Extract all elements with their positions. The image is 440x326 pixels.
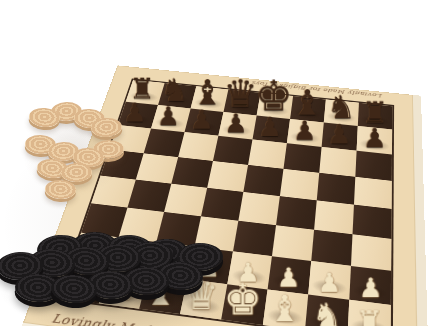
piece-black-pawn[interactable]: ♟ — [362, 125, 386, 152]
square-f7[interactable]: ♟ — [287, 119, 324, 147]
square-g7[interactable]: ♟ — [322, 122, 358, 150]
square-f4[interactable] — [276, 196, 317, 230]
square-b4[interactable] — [127, 180, 171, 212]
square-e3[interactable] — [233, 221, 276, 256]
piece-black-pawn[interactable]: ♟ — [224, 111, 247, 137]
square-g5[interactable] — [317, 173, 356, 205]
piece-white-bishop[interactable]: ♝ — [268, 290, 301, 326]
square-h5[interactable] — [354, 177, 392, 209]
square-f6[interactable] — [283, 143, 321, 173]
square-g6[interactable] — [319, 147, 356, 177]
square-g2[interactable]: ♟ — [308, 261, 351, 300]
square-c6[interactable] — [178, 132, 218, 161]
square-c5[interactable] — [171, 157, 213, 188]
square-d4[interactable] — [201, 188, 243, 221]
square-g3[interactable] — [311, 230, 352, 266]
piece-white-pawn[interactable]: ♟ — [317, 270, 341, 297]
piece-black-pawn[interactable]: ♟ — [292, 118, 316, 144]
piece-black-king[interactable]: ♚ — [255, 75, 292, 117]
piece-black-pawn[interactable]: ♟ — [156, 104, 179, 130]
square-f3[interactable] — [272, 225, 314, 261]
square-e7[interactable]: ♟ — [252, 115, 290, 143]
square-h6[interactable] — [355, 151, 392, 181]
square-f5[interactable] — [280, 169, 319, 201]
square-h3[interactable] — [351, 234, 391, 271]
piece-white-pawn[interactable]: ♟ — [358, 275, 382, 302]
square-c4[interactable] — [164, 184, 207, 217]
piece-white-rook[interactable]: ♜ — [355, 307, 383, 326]
square-f1[interactable]: ♝ — [263, 289, 308, 326]
square-h2[interactable]: ♟ — [349, 266, 391, 305]
square-h4[interactable] — [353, 205, 392, 239]
square-e6[interactable] — [248, 139, 287, 168]
square-h1[interactable]: ♜ — [348, 300, 391, 326]
piece-black-pawn[interactable]: ♟ — [258, 114, 281, 140]
piece-black-pawn[interactable]: ♟ — [190, 107, 213, 133]
square-c7[interactable]: ♟ — [185, 109, 224, 136]
square-e4[interactable] — [238, 192, 280, 225]
piece-white-knight[interactable]: ♞ — [311, 299, 341, 326]
square-d7[interactable]: ♟ — [218, 112, 256, 139]
piece-black-pawn[interactable]: ♟ — [123, 100, 146, 126]
product-photo-scene: ♜♞♝♛♚♝♞♜♟♟♟♟♟♟♟♟♟♟♟♟♟♟♟♟♜♞♝♛♚♝♞♜ Lovingl… — [0, 0, 440, 326]
square-g1[interactable]: ♞ — [305, 295, 349, 326]
square-e5[interactable] — [243, 165, 283, 196]
square-d5[interactable] — [207, 161, 248, 192]
piece-black-pawn[interactable]: ♟ — [327, 122, 351, 148]
square-g4[interactable] — [314, 200, 354, 234]
square-h7[interactable]: ♟ — [357, 126, 393, 154]
square-d6[interactable] — [213, 136, 253, 165]
